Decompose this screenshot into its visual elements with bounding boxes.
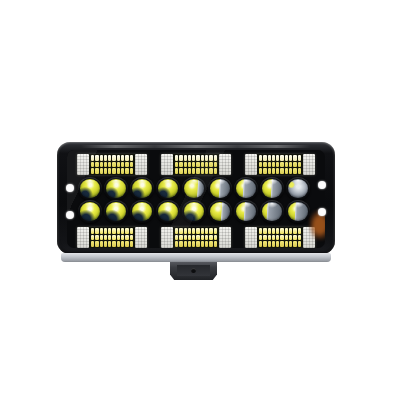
smd-chip xyxy=(121,162,124,168)
smd-chip xyxy=(108,228,111,234)
smd-chip xyxy=(192,168,195,174)
lens-cell xyxy=(129,200,155,223)
led-lens xyxy=(262,179,282,198)
smd-chip xyxy=(196,241,199,247)
smd-chip-grid xyxy=(173,154,219,175)
smd-chip xyxy=(276,162,279,168)
smd-chip xyxy=(192,228,195,234)
smd-chip xyxy=(214,235,217,241)
smd-chip xyxy=(184,241,187,247)
smd-chip xyxy=(298,168,301,174)
smd-chip-grid xyxy=(257,227,303,248)
smd-strip xyxy=(161,154,231,175)
mount-hole-left-top xyxy=(66,184,74,192)
smd-chip xyxy=(104,235,107,241)
smd-chip xyxy=(298,155,301,161)
smd-chip xyxy=(184,162,187,168)
smd-chip xyxy=(196,228,199,234)
smd-chip xyxy=(272,168,275,174)
lens-cell xyxy=(285,200,311,223)
smd-chip xyxy=(179,162,182,168)
smd-chip xyxy=(214,155,217,161)
smd-chip xyxy=(130,228,133,234)
smd-chip xyxy=(117,241,120,247)
smd-chip xyxy=(112,168,115,174)
smd-chip xyxy=(192,241,195,247)
led-lens xyxy=(106,179,126,198)
led-lens xyxy=(184,202,204,221)
smd-chip xyxy=(289,241,292,247)
smd-chip xyxy=(95,155,98,161)
smd-chip xyxy=(209,228,212,234)
smd-chip xyxy=(259,228,262,234)
led-lens xyxy=(210,179,230,198)
smd-chip xyxy=(196,235,199,241)
smd-chip xyxy=(209,162,212,168)
smd-chip xyxy=(289,168,292,174)
smd-chip xyxy=(125,235,128,241)
led-lens xyxy=(80,202,100,221)
smd-chip xyxy=(293,162,296,168)
smd-chip xyxy=(293,228,296,234)
smd-chip xyxy=(100,241,103,247)
smd-chip xyxy=(280,162,283,168)
smd-chip xyxy=(91,168,94,174)
smd-chip xyxy=(263,155,266,161)
smd-chip xyxy=(298,162,301,168)
led-lens xyxy=(106,202,126,221)
smd-chip xyxy=(188,155,191,161)
smd-chip xyxy=(104,241,107,247)
smd-chip xyxy=(175,241,178,247)
smd-chip xyxy=(280,228,283,234)
lens-cell xyxy=(181,200,207,223)
smd-chip xyxy=(188,235,191,241)
smd-chip xyxy=(192,235,195,241)
smd-chip xyxy=(263,235,266,241)
smd-chip xyxy=(201,228,204,234)
smd-chip xyxy=(95,241,98,247)
smd-chip xyxy=(175,235,178,241)
mounting-bracket xyxy=(170,262,217,280)
smd-chip xyxy=(205,155,208,161)
led-lens xyxy=(158,179,178,198)
smd-chip xyxy=(125,168,128,174)
smd-strip-row-bottom xyxy=(77,227,315,248)
smd-chip xyxy=(259,235,262,241)
smd-chip xyxy=(205,168,208,174)
smd-chip xyxy=(179,228,182,234)
smd-chip xyxy=(214,162,217,168)
led-lens xyxy=(288,179,308,198)
smd-chip xyxy=(121,168,124,174)
smd-chip xyxy=(298,235,301,241)
smd-chip xyxy=(196,162,199,168)
smd-chip xyxy=(104,228,107,234)
smd-chip xyxy=(201,155,204,161)
smd-chip xyxy=(95,168,98,174)
smd-chip xyxy=(289,155,292,161)
lens-cell xyxy=(77,200,103,223)
smd-chip xyxy=(289,162,292,168)
lens-grid xyxy=(77,177,311,223)
smd-chip xyxy=(184,228,187,234)
smd-chip xyxy=(263,162,266,168)
smd-chip xyxy=(121,228,124,234)
smd-chip xyxy=(179,235,182,241)
smd-chip xyxy=(130,162,133,168)
smd-chip xyxy=(188,168,191,174)
smd-chip xyxy=(272,162,275,168)
smd-chip xyxy=(179,168,182,174)
smd-chip xyxy=(263,168,266,174)
smd-chip xyxy=(268,168,271,174)
strip-end-cap xyxy=(161,227,173,248)
smd-chip xyxy=(209,241,212,247)
smd-chip xyxy=(259,162,262,168)
smd-chip xyxy=(179,155,182,161)
lens-cell xyxy=(181,177,207,200)
smd-chip xyxy=(259,168,262,174)
smd-chip xyxy=(192,155,195,161)
smd-chip xyxy=(214,241,217,247)
product-photo xyxy=(0,0,400,400)
led-lens xyxy=(132,202,152,221)
led-lens xyxy=(132,179,152,198)
strip-end-cap xyxy=(161,154,173,175)
smd-chip xyxy=(285,228,288,234)
lens-cell xyxy=(207,177,233,200)
smd-chip xyxy=(188,228,191,234)
smd-chip xyxy=(205,228,208,234)
smd-chip xyxy=(214,168,217,174)
smd-chip xyxy=(205,241,208,247)
smd-chip xyxy=(285,162,288,168)
smd-chip xyxy=(184,168,187,174)
smd-chip xyxy=(276,228,279,234)
smd-strip xyxy=(77,227,147,248)
mount-hole-right-top xyxy=(318,181,326,189)
smd-chip xyxy=(117,228,120,234)
lens-cell xyxy=(207,200,233,223)
smd-chip xyxy=(104,168,107,174)
smd-chip xyxy=(130,155,133,161)
smd-chip xyxy=(201,168,204,174)
smd-chip xyxy=(263,241,266,247)
smd-chip xyxy=(91,162,94,168)
led-lens xyxy=(158,202,178,221)
lens-cell xyxy=(233,200,259,223)
smd-chip xyxy=(100,155,103,161)
smd-chip xyxy=(268,241,271,247)
strip-end-cap xyxy=(245,154,257,175)
smd-chip xyxy=(293,168,296,174)
led-lens xyxy=(80,179,100,198)
smd-chip xyxy=(272,235,275,241)
smd-chip xyxy=(280,235,283,241)
smd-chip xyxy=(91,241,94,247)
smd-chip xyxy=(293,155,296,161)
lens-cell xyxy=(103,200,129,223)
led-lens xyxy=(210,202,230,221)
smd-chip xyxy=(117,155,120,161)
smd-chip xyxy=(209,168,212,174)
led-lens xyxy=(288,202,308,221)
smd-chip xyxy=(112,155,115,161)
lamp-face xyxy=(67,150,325,248)
smd-chip xyxy=(201,235,204,241)
smd-chip xyxy=(192,162,195,168)
smd-chip xyxy=(285,235,288,241)
smd-chip xyxy=(108,168,111,174)
smd-chip xyxy=(259,155,262,161)
smd-chip xyxy=(100,228,103,234)
smd-chip xyxy=(272,241,275,247)
smd-chip xyxy=(184,155,187,161)
lens-cell xyxy=(77,177,103,200)
smd-chip xyxy=(280,168,283,174)
strip-end-cap xyxy=(219,154,231,175)
smd-chip xyxy=(205,162,208,168)
smd-chip xyxy=(268,162,271,168)
smd-chip xyxy=(130,235,133,241)
smd-chip xyxy=(117,162,120,168)
strip-end-cap xyxy=(303,154,315,175)
smd-chip xyxy=(272,228,275,234)
mount-hole-left-bottom xyxy=(66,211,74,219)
smd-chip xyxy=(276,155,279,161)
smd-chip xyxy=(95,235,98,241)
smd-chip xyxy=(188,162,191,168)
smd-chip xyxy=(100,162,103,168)
smd-chip xyxy=(201,241,204,247)
mount-hole-right-bottom xyxy=(318,208,326,216)
lens-cell xyxy=(259,200,285,223)
led-lens xyxy=(236,202,256,221)
led-lens xyxy=(262,202,282,221)
led-lens xyxy=(236,179,256,198)
smd-chip xyxy=(175,155,178,161)
smd-chip xyxy=(280,241,283,247)
smd-chip xyxy=(125,155,128,161)
smd-strip xyxy=(245,227,315,248)
smd-strip-row-top xyxy=(77,154,315,175)
smd-chip xyxy=(209,235,212,241)
strip-end-cap xyxy=(135,154,147,175)
smd-chip xyxy=(108,235,111,241)
smd-strip xyxy=(245,154,315,175)
smd-chip-grid xyxy=(89,227,135,248)
smd-chip xyxy=(268,155,271,161)
strip-end-cap xyxy=(219,227,231,248)
smd-chip xyxy=(130,241,133,247)
smd-chip xyxy=(196,168,199,174)
smd-chip xyxy=(259,241,262,247)
strip-end-cap xyxy=(77,227,89,248)
smd-chip xyxy=(104,155,107,161)
smd-chip xyxy=(289,228,292,234)
smd-chip xyxy=(184,235,187,241)
smd-chip xyxy=(289,235,292,241)
smd-chip xyxy=(100,168,103,174)
smd-chip xyxy=(117,168,120,174)
smd-chip xyxy=(293,235,296,241)
smd-chip xyxy=(188,241,191,247)
strip-end-cap xyxy=(245,227,257,248)
led-lens xyxy=(184,179,204,198)
lens-cell xyxy=(129,177,155,200)
smd-chip xyxy=(276,168,279,174)
smd-chip xyxy=(179,241,182,247)
smd-chip xyxy=(263,228,266,234)
smd-chip xyxy=(91,228,94,234)
smd-chip xyxy=(108,162,111,168)
smd-chip xyxy=(91,235,94,241)
smd-chip xyxy=(125,228,128,234)
smd-chip xyxy=(100,235,103,241)
smd-chip xyxy=(125,162,128,168)
smd-chip-grid xyxy=(173,227,219,248)
smd-chip xyxy=(91,155,94,161)
smd-chip xyxy=(121,241,124,247)
smd-chip xyxy=(108,155,111,161)
lens-cell xyxy=(155,200,181,223)
smd-chip xyxy=(104,162,107,168)
lens-cell xyxy=(233,177,259,200)
smd-chip xyxy=(201,162,204,168)
smd-chip xyxy=(130,168,133,174)
smd-chip-grid xyxy=(257,154,303,175)
smd-strip xyxy=(161,227,231,248)
smd-chip xyxy=(95,228,98,234)
smd-chip xyxy=(272,155,275,161)
base-strip xyxy=(61,253,331,262)
smd-chip xyxy=(121,235,124,241)
smd-chip xyxy=(209,155,212,161)
lens-cell xyxy=(103,177,129,200)
smd-chip xyxy=(268,235,271,241)
smd-chip xyxy=(175,228,178,234)
smd-chip xyxy=(121,155,124,161)
led-light-bar xyxy=(57,142,335,254)
lens-cell xyxy=(155,177,181,200)
lens-cell xyxy=(285,177,311,200)
smd-chip xyxy=(175,162,178,168)
smd-chip xyxy=(117,235,120,241)
bolt-hole xyxy=(191,268,196,273)
smd-chip xyxy=(268,228,271,234)
smd-chip xyxy=(298,241,301,247)
lens-cell xyxy=(259,177,285,200)
smd-chip xyxy=(108,241,111,247)
smd-chip xyxy=(280,155,283,161)
smd-chip xyxy=(298,228,301,234)
smd-chip xyxy=(285,155,288,161)
strip-end-cap xyxy=(77,154,89,175)
smd-chip xyxy=(112,241,115,247)
strip-end-cap xyxy=(135,227,147,248)
smd-chip xyxy=(95,162,98,168)
smd-chip xyxy=(276,241,279,247)
smd-chip xyxy=(293,241,296,247)
smd-chip xyxy=(112,228,115,234)
smd-chip-grid xyxy=(89,154,135,175)
smd-chip xyxy=(112,235,115,241)
smd-chip xyxy=(196,155,199,161)
smd-chip xyxy=(125,241,128,247)
smd-chip xyxy=(285,241,288,247)
smd-chip xyxy=(285,168,288,174)
smd-chip xyxy=(112,162,115,168)
smd-chip xyxy=(276,235,279,241)
smd-chip xyxy=(205,235,208,241)
smd-chip xyxy=(214,228,217,234)
smd-chip xyxy=(175,168,178,174)
smd-strip xyxy=(77,154,147,175)
